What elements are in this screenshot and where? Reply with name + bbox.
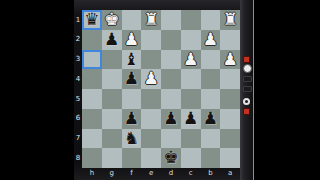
square-a6[interactable] bbox=[220, 109, 240, 129]
square-g7[interactable] bbox=[102, 129, 122, 149]
dot-filled-white-indicator bbox=[243, 64, 252, 73]
piece-black-pawn[interactable]: ♟ bbox=[161, 109, 181, 129]
file-labels: hgfedcba bbox=[82, 169, 240, 179]
square-b2[interactable]: ♟ bbox=[201, 30, 221, 50]
square-a8[interactable] bbox=[220, 148, 240, 168]
square-c4[interactable] bbox=[181, 69, 201, 89]
piece-black-queen[interactable]: ♛ bbox=[82, 10, 102, 30]
square-d5[interactable] bbox=[161, 89, 181, 109]
square-d7[interactable] bbox=[161, 129, 181, 149]
square-h7[interactable] bbox=[82, 129, 102, 149]
piece-white-pawn[interactable]: ♟ bbox=[181, 50, 201, 70]
square-g8[interactable] bbox=[102, 148, 122, 168]
square-f6[interactable]: ♟ bbox=[122, 109, 142, 129]
square-d3[interactable] bbox=[161, 50, 181, 70]
square-d2[interactable] bbox=[161, 30, 181, 50]
square-c1[interactable] bbox=[181, 10, 201, 30]
square-d1[interactable] bbox=[161, 10, 181, 30]
rank-label-7: 7 bbox=[74, 135, 82, 142]
file-label-h: h bbox=[82, 169, 102, 178]
rank-label-5: 5 bbox=[74, 96, 82, 103]
file-label-b: b bbox=[201, 169, 221, 178]
led-red-indicator bbox=[243, 108, 250, 115]
file-label-a: a bbox=[220, 169, 240, 178]
square-c5[interactable] bbox=[181, 89, 201, 109]
square-f4[interactable]: ♟ bbox=[122, 69, 142, 89]
piece-white-pawn[interactable]: ♟ bbox=[141, 69, 161, 89]
square-b1[interactable] bbox=[201, 10, 221, 30]
slot-indicator bbox=[243, 86, 252, 92]
square-a1[interactable]: ♜ bbox=[220, 10, 240, 30]
file-label-d: d bbox=[161, 169, 181, 178]
square-d8[interactable]: ♚ bbox=[161, 148, 181, 168]
square-c6[interactable]: ♟ bbox=[181, 109, 201, 129]
square-e4[interactable]: ♟ bbox=[141, 69, 161, 89]
piece-black-knight[interactable]: ♞ bbox=[122, 129, 142, 149]
square-a2[interactable] bbox=[220, 30, 240, 50]
square-c8[interactable] bbox=[181, 148, 201, 168]
square-b3[interactable] bbox=[201, 50, 221, 70]
square-g5[interactable] bbox=[102, 89, 122, 109]
square-a7[interactable] bbox=[220, 129, 240, 149]
square-f3[interactable]: ♝ bbox=[122, 50, 142, 70]
rank-label-4: 4 bbox=[74, 76, 82, 83]
piece-black-pawn[interactable]: ♟ bbox=[181, 109, 201, 129]
square-f7[interactable]: ♞ bbox=[122, 129, 142, 149]
square-h3[interactable] bbox=[82, 50, 102, 70]
square-b7[interactable] bbox=[201, 129, 221, 149]
piece-black-pawn[interactable]: ♟ bbox=[201, 109, 221, 129]
square-e3[interactable] bbox=[141, 50, 161, 70]
piece-white-pawn[interactable]: ♟ bbox=[201, 30, 221, 50]
square-e6[interactable] bbox=[141, 109, 161, 129]
square-f2[interactable]: ♟ bbox=[122, 30, 142, 50]
rank-label-1: 1 bbox=[74, 17, 82, 24]
file-label-c: c bbox=[181, 169, 201, 178]
square-f1[interactable] bbox=[122, 10, 142, 30]
rank-label-8: 8 bbox=[74, 155, 82, 162]
square-c7[interactable] bbox=[181, 129, 201, 149]
square-f5[interactable] bbox=[122, 89, 142, 109]
rank-label-3: 3 bbox=[74, 56, 82, 63]
square-d4[interactable] bbox=[161, 69, 181, 89]
ring-hollow-white-indicator bbox=[243, 98, 250, 105]
piece-black-pawn[interactable]: ♟ bbox=[102, 30, 122, 50]
square-h8[interactable] bbox=[82, 148, 102, 168]
square-d6[interactable]: ♟ bbox=[161, 109, 181, 129]
slot-indicator bbox=[243, 76, 252, 82]
piece-white-pawn[interactable]: ♟ bbox=[220, 50, 240, 70]
piece-white-king[interactable]: ♚ bbox=[102, 10, 122, 30]
square-b4[interactable] bbox=[201, 69, 221, 89]
square-b5[interactable] bbox=[201, 89, 221, 109]
square-f8[interactable] bbox=[122, 148, 142, 168]
square-g3[interactable] bbox=[102, 50, 122, 70]
piece-black-pawn[interactable]: ♟ bbox=[122, 109, 142, 129]
piece-white-rook[interactable]: ♜ bbox=[141, 10, 161, 30]
file-label-e: e bbox=[141, 169, 161, 178]
screen: { "game": "chess", "position": { "fen": … bbox=[0, 0, 320, 180]
square-h1[interactable]: ♛ bbox=[82, 10, 102, 30]
piece-white-rook[interactable]: ♜ bbox=[220, 10, 240, 30]
square-a3[interactable]: ♟ bbox=[220, 50, 240, 70]
square-e7[interactable] bbox=[141, 129, 161, 149]
rank-label-2: 2 bbox=[74, 36, 82, 43]
square-e1[interactable]: ♜ bbox=[141, 10, 161, 30]
square-h6[interactable] bbox=[82, 109, 102, 129]
square-g6[interactable] bbox=[102, 109, 122, 129]
square-e5[interactable] bbox=[141, 89, 161, 109]
square-g2[interactable]: ♟ bbox=[102, 30, 122, 50]
square-g1[interactable]: ♚ bbox=[102, 10, 122, 30]
square-h4[interactable] bbox=[82, 69, 102, 89]
square-c2[interactable] bbox=[181, 30, 201, 50]
rank-label-6: 6 bbox=[74, 115, 82, 122]
piece-black-bishop[interactable]: ♝ bbox=[122, 50, 142, 70]
square-a4[interactable] bbox=[220, 69, 240, 89]
piece-black-pawn[interactable]: ♟ bbox=[122, 69, 142, 89]
rank-labels: 12345678 bbox=[74, 10, 82, 168]
square-h2[interactable] bbox=[82, 30, 102, 50]
square-e2[interactable] bbox=[141, 30, 161, 50]
file-label-g: g bbox=[102, 169, 122, 178]
side-indicator-panel bbox=[240, 0, 254, 180]
piece-black-king[interactable]: ♚ bbox=[161, 148, 181, 168]
square-b6[interactable]: ♟ bbox=[201, 109, 221, 129]
led-red-indicator bbox=[243, 56, 250, 63]
square-c3[interactable]: ♟ bbox=[181, 50, 201, 70]
chess-board: ♛♚♜♜♟♟♟♝♟♟♟♟♟♟♟♟♞♚ bbox=[82, 10, 240, 168]
square-b8[interactable] bbox=[201, 148, 221, 168]
square-e8[interactable] bbox=[141, 148, 161, 168]
square-h5[interactable] bbox=[82, 89, 102, 109]
piece-white-pawn[interactable]: ♟ bbox=[122, 30, 142, 50]
file-label-f: f bbox=[122, 169, 142, 178]
square-g4[interactable] bbox=[102, 69, 122, 89]
square-a5[interactable] bbox=[220, 89, 240, 109]
